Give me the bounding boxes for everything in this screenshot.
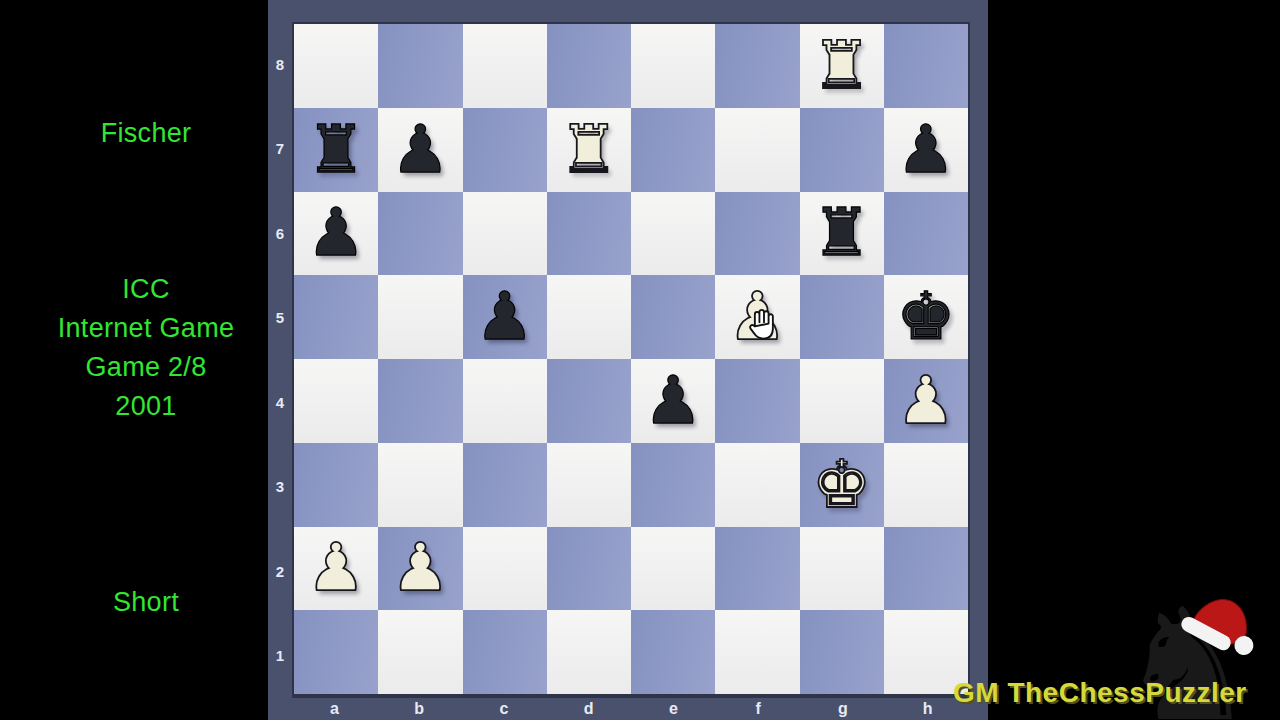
square-f8[interactable] xyxy=(715,24,799,108)
square-b5[interactable] xyxy=(378,275,462,359)
white-pawn-b2[interactable]: ♟ xyxy=(391,535,450,601)
file-label-e: e xyxy=(631,698,716,720)
event-line-game: Game 2/8 xyxy=(0,348,292,387)
square-h7[interactable]: ♟ xyxy=(884,108,968,192)
square-g7[interactable] xyxy=(800,108,884,192)
square-h6[interactable] xyxy=(884,192,968,276)
event-line-site: ICC xyxy=(0,270,292,309)
file-label-f: f xyxy=(716,698,801,720)
square-a6[interactable]: ♟ xyxy=(294,192,378,276)
black-pawn-c5[interactable]: ♟ xyxy=(475,284,534,350)
black-pawn-a6[interactable]: ♟ xyxy=(307,200,366,266)
square-d1[interactable] xyxy=(547,610,631,694)
square-g3[interactable]: ♚ xyxy=(800,443,884,527)
square-f2[interactable] xyxy=(715,527,799,611)
square-d6[interactable] xyxy=(547,192,631,276)
square-e3[interactable] xyxy=(631,443,715,527)
square-d2[interactable] xyxy=(547,527,631,611)
white-rook-g8[interactable]: ♜ xyxy=(812,33,871,99)
square-h4[interactable]: ♟ xyxy=(884,359,968,443)
black-rook-a7[interactable]: ♜ xyxy=(307,117,366,183)
video-frame: Fischer ICC Internet Game Game 2/8 2001 … xyxy=(0,0,1280,720)
square-a7[interactable]: ♜ xyxy=(294,108,378,192)
rank-label-4: 4 xyxy=(268,360,292,445)
rank-label-1: 1 xyxy=(268,614,292,699)
square-a2[interactable]: ♟ xyxy=(294,527,378,611)
square-e6[interactable] xyxy=(631,192,715,276)
white-pawn-f5[interactable]: ♟ xyxy=(728,284,787,350)
square-f7[interactable] xyxy=(715,108,799,192)
square-h2[interactable] xyxy=(884,527,968,611)
white-king-g3[interactable]: ♚ xyxy=(812,452,871,518)
square-d8[interactable] xyxy=(547,24,631,108)
file-label-a: a xyxy=(292,698,377,720)
square-a8[interactable] xyxy=(294,24,378,108)
square-c2[interactable] xyxy=(463,527,547,611)
event-info: ICC Internet Game Game 2/8 2001 xyxy=(0,270,292,426)
square-h3[interactable] xyxy=(884,443,968,527)
square-b6[interactable] xyxy=(378,192,462,276)
square-b8[interactable] xyxy=(378,24,462,108)
square-a5[interactable] xyxy=(294,275,378,359)
square-c1[interactable] xyxy=(463,610,547,694)
square-d3[interactable] xyxy=(547,443,631,527)
rank-label-3: 3 xyxy=(268,445,292,530)
santa-hat-icon xyxy=(1173,587,1266,672)
white-player-label: Short xyxy=(0,587,292,618)
square-f6[interactable] xyxy=(715,192,799,276)
square-e7[interactable] xyxy=(631,108,715,192)
square-e1[interactable] xyxy=(631,610,715,694)
square-f4[interactable] xyxy=(715,359,799,443)
square-c7[interactable] xyxy=(463,108,547,192)
square-g4[interactable] xyxy=(800,359,884,443)
file-labels: abcdefgh xyxy=(292,698,970,720)
square-b3[interactable] xyxy=(378,443,462,527)
black-pawn-e4[interactable]: ♟ xyxy=(644,368,703,434)
square-f5[interactable]: ♟ xyxy=(715,275,799,359)
square-c3[interactable] xyxy=(463,443,547,527)
square-g8[interactable]: ♜ xyxy=(800,24,884,108)
black-king-h5[interactable]: ♚ xyxy=(896,284,955,350)
square-e4[interactable]: ♟ xyxy=(631,359,715,443)
square-e8[interactable] xyxy=(631,24,715,108)
square-b7[interactable]: ♟ xyxy=(378,108,462,192)
black-rook-g6[interactable]: ♜ xyxy=(812,200,871,266)
file-label-g: g xyxy=(801,698,886,720)
square-c6[interactable] xyxy=(463,192,547,276)
square-b2[interactable]: ♟ xyxy=(378,527,462,611)
rank-label-5: 5 xyxy=(268,276,292,361)
rank-label-8: 8 xyxy=(268,22,292,107)
white-pawn-a2[interactable]: ♟ xyxy=(307,535,366,601)
square-f1[interactable] xyxy=(715,610,799,694)
channel-watermark: GM TheChessPuzzler xyxy=(953,677,1247,709)
square-f3[interactable] xyxy=(715,443,799,527)
black-pawn-b7[interactable]: ♟ xyxy=(391,117,450,183)
square-a1[interactable] xyxy=(294,610,378,694)
rank-label-7: 7 xyxy=(268,107,292,192)
square-d7[interactable]: ♜ xyxy=(547,108,631,192)
square-c4[interactable] xyxy=(463,359,547,443)
square-g6[interactable]: ♜ xyxy=(800,192,884,276)
square-b4[interactable] xyxy=(378,359,462,443)
white-pawn-h4[interactable]: ♟ xyxy=(896,368,955,434)
square-e5[interactable] xyxy=(631,275,715,359)
square-h5[interactable]: ♚ xyxy=(884,275,968,359)
square-h8[interactable] xyxy=(884,24,968,108)
file-label-d: d xyxy=(546,698,631,720)
square-a3[interactable] xyxy=(294,443,378,527)
black-pawn-h7[interactable]: ♟ xyxy=(896,117,955,183)
square-g2[interactable] xyxy=(800,527,884,611)
square-g5[interactable] xyxy=(800,275,884,359)
rank-label-6: 6 xyxy=(268,191,292,276)
file-label-b: b xyxy=(377,698,462,720)
square-a4[interactable] xyxy=(294,359,378,443)
square-b1[interactable] xyxy=(378,610,462,694)
board-grid: ♜♜♟♜♟♟♜♟♟ ♚♟♟♚♟♟ xyxy=(292,22,970,698)
square-c5[interactable]: ♟ xyxy=(463,275,547,359)
rank-label-2: 2 xyxy=(268,529,292,614)
square-c8[interactable] xyxy=(463,24,547,108)
square-g1[interactable] xyxy=(800,610,884,694)
event-line-type: Internet Game xyxy=(0,309,292,348)
event-line-year: 2001 xyxy=(0,387,292,426)
square-d4[interactable] xyxy=(547,359,631,443)
white-rook-d7[interactable]: ♜ xyxy=(559,117,618,183)
black-player-label: Fischer xyxy=(0,118,292,149)
square-e2[interactable] xyxy=(631,527,715,611)
file-label-c: c xyxy=(462,698,547,720)
rank-labels: 87654321 xyxy=(268,22,292,698)
square-d5[interactable] xyxy=(547,275,631,359)
